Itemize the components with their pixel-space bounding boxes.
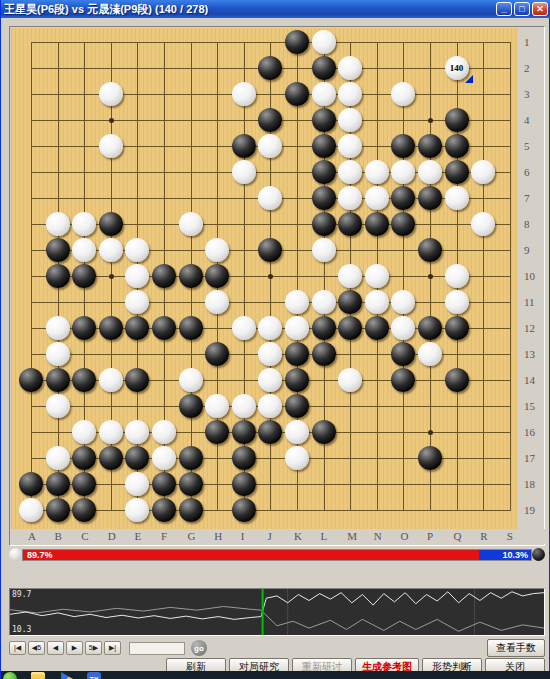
white-stone-B12[interactable] — [46, 316, 70, 340]
column-label-N: N — [374, 530, 382, 542]
black-stone-D8[interactable] — [99, 212, 123, 236]
white-stone-J12[interactable] — [258, 316, 282, 340]
white-stone-K16[interactable] — [285, 420, 309, 444]
close-button[interactable]: ✕ — [532, 2, 548, 16]
black-stone-A14[interactable] — [19, 368, 43, 392]
black-stone-L13[interactable] — [312, 342, 336, 366]
white-stone-K11[interactable] — [285, 290, 309, 314]
black-stone-F18[interactable] — [152, 472, 176, 496]
white-stone-D16[interactable] — [99, 420, 123, 444]
star-point — [268, 274, 273, 279]
black-stone-P5[interactable] — [418, 134, 442, 158]
white-stone-D3[interactable] — [99, 82, 123, 106]
black-stone-M11[interactable] — [338, 290, 362, 314]
row-label-6: 6 — [524, 166, 530, 178]
star-point — [428, 274, 433, 279]
black-stone-D17[interactable] — [99, 446, 123, 470]
white-stone-J14[interactable] — [258, 368, 282, 392]
white-stone-O11[interactable] — [391, 290, 415, 314]
white-stone-D14[interactable] — [99, 368, 123, 392]
black-stone-G17[interactable] — [179, 446, 203, 470]
white-stone-F16[interactable] — [152, 420, 176, 444]
star-point — [428, 430, 433, 435]
white-stone-I12[interactable] — [232, 316, 256, 340]
black-stone-L2[interactable] — [312, 56, 336, 80]
white-stone-J7[interactable] — [258, 186, 282, 210]
graph-bottom-label: 10.3 — [12, 625, 31, 634]
grid-line — [403, 42, 404, 511]
white-stone-M2[interactable] — [338, 56, 362, 80]
white-stone-B13[interactable] — [46, 342, 70, 366]
white-stone-Q10[interactable] — [445, 264, 469, 288]
black-stone-O14[interactable] — [391, 368, 415, 392]
row-label-10: 10 — [524, 270, 535, 282]
white-stone-Q2[interactable]: 140 — [445, 56, 469, 80]
white-stone-M6[interactable] — [338, 160, 362, 184]
black-stone-M12[interactable] — [338, 316, 362, 340]
row-label-13: 13 — [524, 348, 535, 360]
white-stone-O12[interactable] — [391, 316, 415, 340]
white-stone-E11[interactable] — [125, 290, 149, 314]
go-button[interactable]: go — [191, 640, 207, 656]
black-stone-C18[interactable] — [72, 472, 96, 496]
black-stone-B9[interactable] — [46, 238, 70, 262]
black-stone-Q12[interactable] — [445, 316, 469, 340]
white-stone-M14[interactable] — [338, 368, 362, 392]
folder-icon[interactable] — [31, 672, 45, 679]
black-stone-I5[interactable] — [232, 134, 256, 158]
column-label-E: E — [134, 530, 141, 542]
text-editor-icon[interactable]: TX — [87, 672, 101, 679]
white-stone-Q7[interactable] — [445, 186, 469, 210]
column-label-D: D — [108, 530, 116, 542]
black-stone-F10[interactable] — [152, 264, 176, 288]
black-stone-C14[interactable] — [72, 368, 96, 392]
white-stone-D9[interactable] — [99, 238, 123, 262]
black-stone-P7[interactable] — [418, 186, 442, 210]
column-label-L: L — [321, 530, 328, 542]
taskbar[interactable]: TX — [1, 671, 550, 679]
white-stone-I3[interactable] — [232, 82, 256, 106]
black-stone-E12[interactable] — [125, 316, 149, 340]
black-stone-G19[interactable] — [179, 498, 203, 522]
row-label-14: 14 — [524, 374, 535, 386]
last-move-triangle-icon — [465, 75, 473, 83]
white-stone-G14[interactable] — [179, 368, 203, 392]
black-stone-E17[interactable] — [125, 446, 149, 470]
white-stone-I6[interactable] — [232, 160, 256, 184]
black-stone-K3[interactable] — [285, 82, 309, 106]
white-stone-O6[interactable] — [391, 160, 415, 184]
white-stone-K17[interactable] — [285, 446, 309, 470]
white-stone-E16[interactable] — [125, 420, 149, 444]
black-stone-H10[interactable] — [205, 264, 229, 288]
column-label-G: G — [188, 530, 196, 542]
grid-line — [483, 42, 484, 511]
row-label-8: 8 — [524, 218, 530, 230]
white-stone-J5[interactable] — [258, 134, 282, 158]
black-stone-N12[interactable] — [365, 316, 389, 340]
white-stone-B17[interactable] — [46, 446, 70, 470]
star-point — [428, 118, 433, 123]
column-label-B: B — [55, 530, 62, 542]
white-stone-A19[interactable] — [19, 498, 43, 522]
column-label-O: O — [400, 530, 408, 542]
row-label-5: 5 — [524, 140, 530, 152]
black-stone-Q5[interactable] — [445, 134, 469, 158]
white-stone-H15[interactable] — [205, 394, 229, 418]
black-stone-L6[interactable] — [312, 160, 336, 184]
black-stone-L8[interactable] — [312, 212, 336, 236]
nav-button-2[interactable]: ◀ — [47, 641, 64, 655]
row-label-1: 1 — [524, 36, 530, 48]
white-stone-M7[interactable] — [338, 186, 362, 210]
go-board[interactable]: 140 — [11, 28, 520, 531]
black-stone-O8[interactable] — [391, 212, 415, 236]
black-stone-icon — [532, 548, 545, 561]
black-stone-L4[interactable] — [312, 108, 336, 132]
black-stone-B19[interactable] — [46, 498, 70, 522]
black-stone-E14[interactable] — [125, 368, 149, 392]
app-window: 王星昊(P6段) vs 元晟溱(P9段) (140 / 278) _ □ ✕ 1… — [0, 0, 550, 679]
white-stone-M5[interactable] — [338, 134, 362, 158]
nav-button-3[interactable]: ▶ — [66, 641, 83, 655]
white-stone-M4[interactable] — [338, 108, 362, 132]
window-title: 王星昊(P6段) vs 元晟溱(P9段) (140 / 278) — [4, 2, 496, 17]
star-point — [109, 274, 114, 279]
white-winrate-label: 89.7% — [27, 550, 53, 560]
black-stone-L7[interactable] — [312, 186, 336, 210]
white-stone-O3[interactable] — [391, 82, 415, 106]
column-label-J: J — [267, 530, 271, 542]
black-stone-G18[interactable] — [179, 472, 203, 496]
white-stone-I15[interactable] — [232, 394, 256, 418]
white-stone-Q11[interactable] — [445, 290, 469, 314]
white-stone-E19[interactable] — [125, 498, 149, 522]
white-stone-icon — [9, 548, 22, 561]
black-stone-O13[interactable] — [391, 342, 415, 366]
black-stone-I19[interactable] — [232, 498, 256, 522]
row-label-12: 12 — [524, 322, 535, 334]
black-stone-Q6[interactable] — [445, 160, 469, 184]
white-winrate-segment: 89.7% — [23, 550, 479, 560]
column-label-I: I — [241, 530, 245, 542]
winrate-graph[interactable]: 89.7 10.3 — [9, 588, 545, 636]
white-stone-H11[interactable] — [205, 290, 229, 314]
white-stone-E9[interactable] — [125, 238, 149, 262]
black-stone-H13[interactable] — [205, 342, 229, 366]
black-stone-I18[interactable] — [232, 472, 256, 496]
white-stone-E18[interactable] — [125, 472, 149, 496]
star-point — [109, 118, 114, 123]
row-coordinates: 12345678910111213141516171819 — [518, 28, 543, 531]
white-stone-N10[interactable] — [365, 264, 389, 288]
black-stone-K14[interactable] — [285, 368, 309, 392]
white-stone-L11[interactable] — [312, 290, 336, 314]
row-label-7: 7 — [524, 192, 530, 204]
white-stone-L3[interactable] — [312, 82, 336, 106]
column-label-F: F — [161, 530, 167, 542]
nav-button-4[interactable]: 5▶ — [85, 641, 102, 655]
white-stone-P6[interactable] — [418, 160, 442, 184]
black-stone-B10[interactable] — [46, 264, 70, 288]
white-stone-H9[interactable] — [205, 238, 229, 262]
white-stone-J13[interactable] — [258, 342, 282, 366]
black-stone-I16[interactable] — [232, 420, 256, 444]
column-coordinates: ABCDEFGHIJKLMNOPQRS — [11, 529, 545, 544]
graph-top-label: 89.7 — [12, 590, 31, 599]
black-stone-K15[interactable] — [285, 394, 309, 418]
white-stone-D5[interactable] — [99, 134, 123, 158]
white-stone-R8[interactable] — [471, 212, 495, 236]
black-stone-J16[interactable] — [258, 420, 282, 444]
black-stone-C17[interactable] — [72, 446, 96, 470]
black-winrate-segment: 10.3% — [479, 550, 531, 560]
nav-button-5[interactable]: ▶| — [104, 641, 121, 655]
go-board-panel: 140 12345678910111213141516171819 ABCDEF… — [9, 26, 545, 546]
white-stone-N11[interactable] — [365, 290, 389, 314]
white-stone-C9[interactable] — [72, 238, 96, 262]
white-stone-B15[interactable] — [46, 394, 70, 418]
column-label-R: R — [480, 530, 487, 542]
black-stone-A18[interactable] — [19, 472, 43, 496]
black-stone-L5[interactable] — [312, 134, 336, 158]
row-label-19: 19 — [524, 504, 535, 516]
white-stone-C16[interactable] — [72, 420, 96, 444]
black-stone-I17[interactable] — [232, 446, 256, 470]
column-label-S: S — [507, 530, 513, 542]
white-stone-L1[interactable] — [312, 30, 336, 54]
black-stone-F12[interactable] — [152, 316, 176, 340]
column-label-M: M — [347, 530, 357, 542]
black-winrate-label: 10.3% — [502, 550, 528, 560]
white-stone-F17[interactable] — [152, 446, 176, 470]
black-stone-G15[interactable] — [179, 394, 203, 418]
view-moves-button[interactable]: 查看手数 — [487, 639, 545, 657]
column-label-H: H — [214, 530, 222, 542]
black-stone-L12[interactable] — [312, 316, 336, 340]
black-stone-B18[interactable] — [46, 472, 70, 496]
white-stone-K12[interactable] — [285, 316, 309, 340]
black-stone-F19[interactable] — [152, 498, 176, 522]
grid-line — [31, 42, 32, 511]
column-label-C: C — [81, 530, 88, 542]
black-stone-G10[interactable] — [179, 264, 203, 288]
row-label-18: 18 — [524, 478, 535, 490]
black-stone-C12[interactable] — [72, 316, 96, 340]
row-label-15: 15 — [524, 400, 535, 412]
white-stone-N6[interactable] — [365, 160, 389, 184]
white-stone-E10[interactable] — [125, 264, 149, 288]
row-label-9: 9 — [524, 244, 530, 256]
black-stone-J2[interactable] — [258, 56, 282, 80]
black-stone-G12[interactable] — [179, 316, 203, 340]
nav-button-1[interactable]: ◀5 — [28, 641, 45, 655]
black-stone-D12[interactable] — [99, 316, 123, 340]
white-stone-R6[interactable] — [471, 160, 495, 184]
white-stone-M10[interactable] — [338, 264, 362, 288]
black-stone-P9[interactable] — [418, 238, 442, 262]
minimize-button[interactable]: _ — [496, 2, 512, 16]
white-stone-G8[interactable] — [179, 212, 203, 236]
grid-line — [510, 42, 511, 511]
white-stone-N7[interactable] — [365, 186, 389, 210]
column-label-Q: Q — [454, 530, 462, 542]
nav-button-0[interactable]: |◀ — [9, 641, 26, 655]
move-number-input[interactable] — [129, 642, 185, 655]
row-label-17: 17 — [524, 452, 535, 464]
black-stone-P12[interactable] — [418, 316, 442, 340]
column-label-A: A — [28, 530, 36, 542]
maximize-button[interactable]: □ — [514, 2, 530, 16]
black-stone-Q4[interactable] — [445, 108, 469, 132]
black-stone-M8[interactable] — [338, 212, 362, 236]
row-label-3: 3 — [524, 88, 530, 100]
black-stone-L16[interactable] — [312, 420, 336, 444]
black-stone-K1[interactable] — [285, 30, 309, 54]
black-stone-N8[interactable] — [365, 212, 389, 236]
black-stone-C19[interactable] — [72, 498, 96, 522]
white-stone-M3[interactable] — [338, 82, 362, 106]
black-stone-B14[interactable] — [46, 368, 70, 392]
row-label-11: 11 — [524, 296, 535, 308]
navigation-bar: |◀◀5◀▶5▶▶| go 查看手数 — [9, 640, 545, 656]
row-label-2: 2 — [524, 62, 530, 74]
black-stone-O5[interactable] — [391, 134, 415, 158]
white-stone-L9[interactable] — [312, 238, 336, 262]
row-label-4: 4 — [524, 114, 530, 126]
black-stone-J4[interactable] — [258, 108, 282, 132]
black-stone-K13[interactable] — [285, 342, 309, 366]
title-bar[interactable]: 王星昊(P6段) vs 元晟溱(P9段) (140 / 278) _ □ ✕ — [1, 0, 550, 18]
black-stone-O7[interactable] — [391, 186, 415, 210]
column-label-K: K — [294, 530, 302, 542]
white-stone-B8[interactable] — [46, 212, 70, 236]
column-label-P: P — [427, 530, 433, 542]
black-stone-Q14[interactable] — [445, 368, 469, 392]
black-stone-H16[interactable] — [205, 420, 229, 444]
black-stone-J9[interactable] — [258, 238, 282, 262]
black-stone-P17[interactable] — [418, 446, 442, 470]
white-stone-P13[interactable] — [418, 342, 442, 366]
white-stone-C8[interactable] — [72, 212, 96, 236]
green-app-icon[interactable] — [3, 672, 17, 679]
media-player-icon[interactable] — [59, 672, 73, 679]
row-label-16: 16 — [524, 426, 535, 438]
black-stone-C10[interactable] — [72, 264, 96, 288]
winrate-bar: 89.7% 10.3% — [9, 548, 545, 561]
white-stone-J15[interactable] — [258, 394, 282, 418]
